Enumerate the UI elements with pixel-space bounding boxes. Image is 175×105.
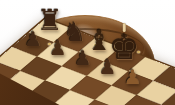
brass-hinge-dot [137,51,140,53]
brass-hinge-dot [94,44,97,46]
brass-hinge-dot [113,47,116,49]
chess-set-photo: ♜♞♝♚♟♟♟♟♟ [0,0,175,105]
brass-hinge-dot [48,43,51,45]
